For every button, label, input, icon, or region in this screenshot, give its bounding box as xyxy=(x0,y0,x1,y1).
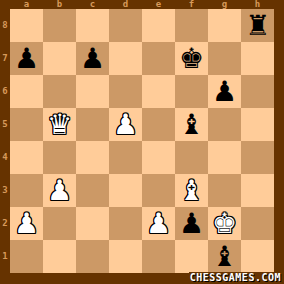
rank-label-3: 3 xyxy=(0,174,10,207)
square-f7[interactable]: ♚ xyxy=(175,42,208,75)
square-g2[interactable]: ♚ xyxy=(208,207,241,240)
square-e2[interactable]: ♟ xyxy=(142,207,175,240)
white-queen-piece: ♛ xyxy=(47,108,72,141)
square-c3[interactable] xyxy=(76,174,109,207)
square-a4[interactable] xyxy=(10,141,43,174)
black-pawn-piece: ♟ xyxy=(179,207,204,240)
square-a2[interactable]: ♟ xyxy=(10,207,43,240)
rank-label-8: 8 xyxy=(0,9,10,42)
white-pawn-piece: ♟ xyxy=(146,207,171,240)
square-c8[interactable] xyxy=(76,9,109,42)
square-a6[interactable] xyxy=(10,75,43,108)
square-a8[interactable] xyxy=(10,9,43,42)
rank-labels: 87654321 xyxy=(0,9,10,273)
square-e3[interactable] xyxy=(142,174,175,207)
square-b1[interactable] xyxy=(43,240,76,273)
square-d8[interactable] xyxy=(109,9,142,42)
square-h7[interactable] xyxy=(241,42,274,75)
square-b7[interactable] xyxy=(43,42,76,75)
square-c4[interactable] xyxy=(76,141,109,174)
square-h3[interactable] xyxy=(241,174,274,207)
square-f4[interactable] xyxy=(175,141,208,174)
black-pawn-piece: ♟ xyxy=(80,42,105,75)
square-b6[interactable] xyxy=(43,75,76,108)
black-bishop-piece: ♝ xyxy=(212,240,237,273)
file-label-b: b xyxy=(43,0,76,9)
square-e4[interactable] xyxy=(142,141,175,174)
rank-label-2: 2 xyxy=(0,207,10,240)
white-pawn-piece: ♟ xyxy=(113,108,138,141)
square-g8[interactable] xyxy=(208,9,241,42)
square-e6[interactable] xyxy=(142,75,175,108)
file-label-f: f xyxy=(175,0,208,9)
square-d6[interactable] xyxy=(109,75,142,108)
square-e1[interactable] xyxy=(142,240,175,273)
square-b4[interactable] xyxy=(43,141,76,174)
square-f8[interactable] xyxy=(175,9,208,42)
square-g4[interactable] xyxy=(208,141,241,174)
rank-label-7: 7 xyxy=(0,42,10,75)
square-f6[interactable] xyxy=(175,75,208,108)
square-f1[interactable] xyxy=(175,240,208,273)
square-e5[interactable] xyxy=(142,108,175,141)
square-d2[interactable] xyxy=(109,207,142,240)
square-c1[interactable] xyxy=(76,240,109,273)
black-king-piece: ♚ xyxy=(179,42,204,75)
square-b5[interactable]: ♛ xyxy=(43,108,76,141)
square-b8[interactable] xyxy=(43,9,76,42)
square-a3[interactable] xyxy=(10,174,43,207)
square-a7[interactable]: ♟ xyxy=(10,42,43,75)
watermark-text: CHESSGAMES.COM xyxy=(189,272,282,284)
square-f3[interactable]: ♝ xyxy=(175,174,208,207)
square-h4[interactable] xyxy=(241,141,274,174)
square-c2[interactable] xyxy=(76,207,109,240)
file-label-g: g xyxy=(208,0,241,9)
black-pawn-piece: ♟ xyxy=(212,75,237,108)
file-label-h: h xyxy=(241,0,274,9)
black-rook-piece: ♜ xyxy=(245,9,270,42)
square-h1[interactable] xyxy=(241,240,274,273)
rank-label-1: 1 xyxy=(0,240,10,273)
square-d3[interactable] xyxy=(109,174,142,207)
rank-label-4: 4 xyxy=(0,141,10,174)
white-king-piece: ♚ xyxy=(212,207,237,240)
rank-label-5: 5 xyxy=(0,108,10,141)
square-g7[interactable] xyxy=(208,42,241,75)
board: ♜♟♟♚♟♛♟♝♟♝♟♟♟♚♝ xyxy=(10,9,274,273)
square-h5[interactable] xyxy=(241,108,274,141)
black-pawn-piece: ♟ xyxy=(14,42,39,75)
white-pawn-piece: ♟ xyxy=(47,174,72,207)
file-label-c: c xyxy=(76,0,109,9)
square-g3[interactable] xyxy=(208,174,241,207)
rank-label-6: 6 xyxy=(0,75,10,108)
square-d5[interactable]: ♟ xyxy=(109,108,142,141)
square-e8[interactable] xyxy=(142,9,175,42)
square-h6[interactable] xyxy=(241,75,274,108)
square-d1[interactable] xyxy=(109,240,142,273)
black-bishop-piece: ♝ xyxy=(179,108,204,141)
square-d4[interactable] xyxy=(109,141,142,174)
square-f5[interactable]: ♝ xyxy=(175,108,208,141)
square-b2[interactable] xyxy=(43,207,76,240)
square-h8[interactable]: ♜ xyxy=(241,9,274,42)
white-pawn-piece: ♟ xyxy=(14,207,39,240)
square-g1[interactable]: ♝ xyxy=(208,240,241,273)
square-c5[interactable] xyxy=(76,108,109,141)
square-a1[interactable] xyxy=(10,240,43,273)
file-label-d: d xyxy=(109,0,142,9)
square-d7[interactable] xyxy=(109,42,142,75)
square-c7[interactable]: ♟ xyxy=(76,42,109,75)
square-e7[interactable] xyxy=(142,42,175,75)
square-b3[interactable]: ♟ xyxy=(43,174,76,207)
white-bishop-piece: ♝ xyxy=(179,174,204,207)
chess-diagram: abcdefgh 87654321 ♜♟♟♚♟♛♟♝♟♝♟♟♟♚♝ CHESSG… xyxy=(0,0,284,284)
square-c6[interactable] xyxy=(76,75,109,108)
file-labels: abcdefgh xyxy=(10,0,274,9)
square-a5[interactable] xyxy=(10,108,43,141)
square-f2[interactable]: ♟ xyxy=(175,207,208,240)
square-g5[interactable] xyxy=(208,108,241,141)
square-h2[interactable] xyxy=(241,207,274,240)
square-g6[interactable]: ♟ xyxy=(208,75,241,108)
file-label-e: e xyxy=(142,0,175,9)
file-label-a: a xyxy=(10,0,43,9)
